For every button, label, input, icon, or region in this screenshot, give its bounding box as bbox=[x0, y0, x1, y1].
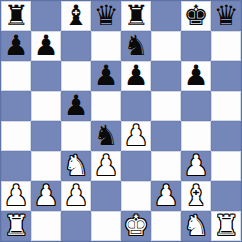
square-g6[interactable]: ♟ bbox=[181, 61, 211, 91]
square-b2[interactable]: ♟ bbox=[31, 181, 61, 211]
square-g2[interactable]: ♝ bbox=[181, 181, 211, 211]
square-f5[interactable] bbox=[151, 91, 181, 121]
square-e6[interactable]: ♟ bbox=[121, 61, 151, 91]
square-a2[interactable]: ♟ bbox=[1, 181, 31, 211]
square-h2[interactable] bbox=[211, 181, 241, 211]
square-a5[interactable] bbox=[1, 91, 31, 121]
square-f7[interactable] bbox=[151, 31, 181, 61]
piece-black-knight[interactable]: ♞ bbox=[123, 31, 148, 61]
square-b1[interactable] bbox=[31, 211, 61, 241]
square-d5[interactable] bbox=[91, 91, 121, 121]
piece-black-pawn[interactable]: ♟ bbox=[63, 91, 88, 121]
square-h4[interactable] bbox=[211, 121, 241, 151]
piece-black-bishop[interactable]: ♝ bbox=[63, 1, 88, 31]
square-e2[interactable] bbox=[121, 181, 151, 211]
piece-black-rook[interactable]: ♜ bbox=[123, 1, 148, 31]
square-d8[interactable]: ♛ bbox=[91, 1, 121, 31]
square-f6[interactable] bbox=[151, 61, 181, 91]
piece-black-pawn[interactable]: ♟ bbox=[93, 61, 118, 91]
square-g5[interactable] bbox=[181, 91, 211, 121]
square-c3[interactable]: ♞ bbox=[61, 151, 91, 181]
piece-black-queen[interactable]: ♛ bbox=[93, 1, 118, 31]
piece-white-pawn[interactable]: ♟ bbox=[123, 121, 148, 151]
square-e4[interactable]: ♟ bbox=[121, 121, 151, 151]
piece-black-pawn[interactable]: ♟ bbox=[3, 31, 28, 61]
square-e1[interactable]: ♚ bbox=[121, 211, 151, 241]
piece-white-bishop[interactable]: ♝ bbox=[183, 181, 208, 211]
square-c4[interactable] bbox=[61, 121, 91, 151]
piece-white-pawn[interactable]: ♟ bbox=[3, 181, 28, 211]
piece-white-rook[interactable]: ♜ bbox=[3, 211, 28, 241]
piece-black-pawn[interactable]: ♟ bbox=[183, 61, 208, 91]
square-h8[interactable]: ♛ bbox=[211, 1, 241, 31]
square-f4[interactable] bbox=[151, 121, 181, 151]
square-f8[interactable] bbox=[151, 1, 181, 31]
piece-black-knight[interactable]: ♞ bbox=[93, 121, 118, 151]
square-f3[interactable] bbox=[151, 151, 181, 181]
square-c5[interactable]: ♟ bbox=[61, 91, 91, 121]
square-c1[interactable] bbox=[61, 211, 91, 241]
square-h6[interactable] bbox=[211, 61, 241, 91]
piece-white-pawn[interactable]: ♟ bbox=[63, 181, 88, 211]
square-g1[interactable]: ♞ bbox=[181, 211, 211, 241]
square-d6[interactable]: ♟ bbox=[91, 61, 121, 91]
chess-app: ♜♝♛♜♚♛♟♟♞♟♟♟♟♞♟♞♟♟♟♟♟♟♝♜♚♞♜ bbox=[0, 0, 242, 242]
square-a8[interactable]: ♜ bbox=[1, 1, 31, 31]
square-d1[interactable] bbox=[91, 211, 121, 241]
square-g3[interactable]: ♟ bbox=[181, 151, 211, 181]
square-d7[interactable] bbox=[91, 31, 121, 61]
square-d2[interactable] bbox=[91, 181, 121, 211]
piece-white-pawn[interactable]: ♟ bbox=[183, 151, 208, 181]
square-h7[interactable] bbox=[211, 31, 241, 61]
square-f2[interactable]: ♟ bbox=[151, 181, 181, 211]
square-b3[interactable] bbox=[31, 151, 61, 181]
piece-white-rook[interactable]: ♜ bbox=[213, 211, 238, 241]
square-c8[interactable]: ♝ bbox=[61, 1, 91, 31]
square-g4[interactable] bbox=[181, 121, 211, 151]
square-h5[interactable] bbox=[211, 91, 241, 121]
piece-white-king[interactable]: ♚ bbox=[123, 211, 148, 241]
square-d4[interactable]: ♞ bbox=[91, 121, 121, 151]
square-b6[interactable] bbox=[31, 61, 61, 91]
chess-board: ♜♝♛♜♚♛♟♟♞♟♟♟♟♞♟♞♟♟♟♟♟♟♝♜♚♞♜ bbox=[0, 0, 242, 242]
piece-black-rook[interactable]: ♜ bbox=[3, 1, 28, 31]
piece-white-knight[interactable]: ♞ bbox=[183, 211, 208, 241]
square-e7[interactable]: ♞ bbox=[121, 31, 151, 61]
piece-black-king[interactable]: ♚ bbox=[183, 1, 208, 31]
square-c7[interactable] bbox=[61, 31, 91, 61]
square-e3[interactable] bbox=[121, 151, 151, 181]
square-b5[interactable] bbox=[31, 91, 61, 121]
square-a7[interactable]: ♟ bbox=[1, 31, 31, 61]
piece-white-pawn[interactable]: ♟ bbox=[33, 181, 58, 211]
square-f1[interactable] bbox=[151, 211, 181, 241]
square-a4[interactable] bbox=[1, 121, 31, 151]
square-h1[interactable]: ♜ bbox=[211, 211, 241, 241]
square-a1[interactable]: ♜ bbox=[1, 211, 31, 241]
piece-white-pawn[interactable]: ♟ bbox=[153, 181, 178, 211]
square-g7[interactable] bbox=[181, 31, 211, 61]
square-e5[interactable] bbox=[121, 91, 151, 121]
piece-white-pawn[interactable]: ♟ bbox=[93, 151, 118, 181]
square-e8[interactable]: ♜ bbox=[121, 1, 151, 31]
square-a3[interactable] bbox=[1, 151, 31, 181]
square-h3[interactable] bbox=[211, 151, 241, 181]
square-c2[interactable]: ♟ bbox=[61, 181, 91, 211]
square-d3[interactable]: ♟ bbox=[91, 151, 121, 181]
piece-white-knight[interactable]: ♞ bbox=[63, 151, 88, 181]
square-b4[interactable] bbox=[31, 121, 61, 151]
square-b7[interactable]: ♟ bbox=[31, 31, 61, 61]
piece-black-queen[interactable]: ♛ bbox=[213, 1, 238, 31]
square-g8[interactable]: ♚ bbox=[181, 1, 211, 31]
square-a6[interactable] bbox=[1, 61, 31, 91]
square-b8[interactable] bbox=[31, 1, 61, 31]
piece-black-pawn[interactable]: ♟ bbox=[123, 61, 148, 91]
square-c6[interactable] bbox=[61, 61, 91, 91]
piece-black-pawn[interactable]: ♟ bbox=[33, 31, 58, 61]
